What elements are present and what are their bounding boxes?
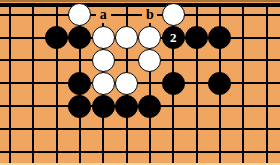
board-point [68, 49, 91, 72]
board-point [232, 49, 255, 72]
white-stone [138, 26, 161, 49]
board-point [0, 140, 22, 163]
board-point [22, 140, 45, 163]
board-point [68, 117, 91, 140]
white-stone [92, 72, 115, 95]
board-point [68, 72, 91, 95]
board-point: 2 [162, 26, 185, 49]
board-point [45, 72, 68, 95]
black-stone [68, 72, 91, 95]
black-stone [92, 95, 115, 118]
board-point [92, 95, 115, 118]
board-point [22, 49, 45, 72]
board-point [0, 49, 22, 72]
board-point [0, 72, 22, 95]
point-label-b: b [142, 7, 157, 23]
board-point [185, 3, 208, 26]
board-point [0, 117, 22, 140]
board-point [92, 117, 115, 140]
board-point [138, 49, 161, 72]
board-point [162, 95, 185, 118]
go-board-diagram: ab2 [0, 0, 280, 165]
board-point [138, 95, 161, 118]
board-point [208, 49, 231, 72]
white-stone [92, 49, 115, 72]
board-point [208, 117, 231, 140]
board-point [115, 49, 138, 72]
board-point [68, 140, 91, 163]
board-point [138, 26, 161, 49]
white-stone [115, 26, 138, 49]
black-stone [115, 95, 138, 118]
white-stone [115, 72, 138, 95]
board-point [255, 3, 278, 26]
board-point [255, 49, 278, 72]
black-stone [208, 72, 231, 95]
board-point [115, 95, 138, 118]
board-point [232, 26, 255, 49]
board-point [45, 3, 68, 26]
board-point [232, 3, 255, 26]
board-point [22, 3, 45, 26]
board-point [0, 95, 22, 118]
black-stone [68, 26, 91, 49]
board-point [138, 117, 161, 140]
board-point [232, 95, 255, 118]
black-stone [138, 95, 161, 118]
white-stone [138, 49, 161, 72]
board-point [185, 117, 208, 140]
board-point [208, 72, 231, 95]
board-point [162, 3, 185, 26]
board-point [138, 72, 161, 95]
move-number: 2 [170, 31, 177, 44]
board-point [45, 95, 68, 118]
board-point [255, 95, 278, 118]
board-point [162, 140, 185, 163]
board-point [0, 3, 22, 26]
black-stone [45, 26, 68, 49]
board-point [232, 117, 255, 140]
board-point [22, 117, 45, 140]
black-stone [185, 26, 208, 49]
board-point [232, 72, 255, 95]
board-point [115, 72, 138, 95]
image-bottom-border [0, 163, 280, 165]
board-point: b [138, 3, 161, 26]
board-point [22, 72, 45, 95]
board-point [0, 26, 22, 49]
board-point [208, 95, 231, 118]
board-point [162, 117, 185, 140]
board-point [115, 140, 138, 163]
board-point [68, 95, 91, 118]
board-point [185, 140, 208, 163]
board-point [22, 95, 45, 118]
board-point [185, 95, 208, 118]
board-point: a [92, 3, 115, 26]
black-stone [162, 72, 185, 95]
board-point [208, 26, 231, 49]
board-point [92, 140, 115, 163]
board-point [208, 3, 231, 26]
black-stone [208, 26, 231, 49]
board-point [45, 117, 68, 140]
board-point [255, 117, 278, 140]
image-top-border [0, 0, 280, 2]
board-point [68, 3, 91, 26]
board-point [115, 117, 138, 140]
board-point [208, 140, 231, 163]
board-point [45, 140, 68, 163]
board-point [185, 72, 208, 95]
board-point [45, 49, 68, 72]
white-stone [92, 26, 115, 49]
board-point [68, 26, 91, 49]
board-point [115, 3, 138, 26]
board-point [92, 49, 115, 72]
board-point [185, 26, 208, 49]
board-point [138, 140, 161, 163]
point-label-a: a [96, 7, 111, 23]
board-point [255, 72, 278, 95]
black-stone-move-2: 2 [162, 26, 185, 49]
board-point [22, 26, 45, 49]
go-board-grid: ab2 [0, 3, 278, 163]
board-point [115, 26, 138, 49]
board-point [45, 26, 68, 49]
white-stone [162, 3, 185, 26]
white-stone [68, 3, 91, 26]
board-point [92, 26, 115, 49]
board-point [232, 140, 255, 163]
board-point [162, 72, 185, 95]
black-stone [68, 95, 91, 118]
board-point [162, 49, 185, 72]
board-point [92, 72, 115, 95]
board-point [185, 49, 208, 72]
board-point [255, 140, 278, 163]
board-point [255, 26, 278, 49]
